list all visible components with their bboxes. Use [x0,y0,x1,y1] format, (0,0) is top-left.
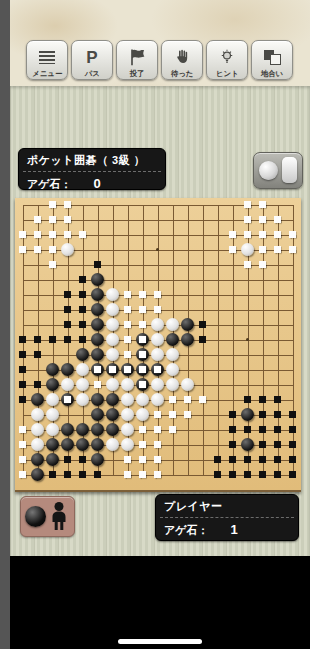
territory-marker-white [274,216,281,223]
territory-marker-black [289,471,296,478]
stone-black [46,453,59,466]
territory-marker-black [229,456,236,463]
stone-white [61,378,74,391]
stone-black-dead-marked [121,363,134,376]
territory-marker-black [274,396,281,403]
territory-marker-black [259,456,266,463]
territory-icon [264,46,281,68]
territory-marker-black [244,471,251,478]
stone-black [61,438,74,451]
opponent-title: ポケット囲碁（ 3級 ） [19,149,165,171]
stone-black [91,333,104,346]
stone-white [46,393,59,406]
territory-marker-white [154,456,161,463]
territory-marker-white [154,441,161,448]
territory-marker-black [229,441,236,448]
territory-marker-white [139,306,146,313]
stone-black-dead-marked [136,378,149,391]
player-captures-label: アゲ石： [164,523,209,538]
territory-marker-white [259,261,266,268]
territory-marker-white [64,201,71,208]
territory-marker-black [229,426,236,433]
stone-white [121,393,134,406]
stone-white [31,408,44,421]
territory-marker-black [289,441,296,448]
stone-black [31,393,44,406]
stone-white [61,243,74,256]
territory-marker-white [184,411,191,418]
dead-stone-marker [154,366,161,373]
undo-button-label: 待った [171,68,193,78]
stone-black-dead-marked [61,393,74,406]
stone-white [151,348,164,361]
territory-marker-white [124,336,131,343]
territory-marker-white [154,291,161,298]
dead-stone-marker [139,366,146,373]
territory-marker-white [49,261,56,268]
menu-icon [39,46,55,68]
territory-marker-white [94,381,101,388]
player-status-panel: プレイヤー アゲ石： 1 [155,494,299,541]
territory-marker-black [259,471,266,478]
stone-black-dead-marked [151,363,164,376]
stone-black [91,348,104,361]
territory-marker-white [19,456,26,463]
stone-black [241,438,254,451]
stone-white [166,378,179,391]
stone-black-dead-marked [136,348,149,361]
territory-marker-black [274,456,281,463]
territory-marker-black [79,456,86,463]
stone-black [61,363,74,376]
person-icon [47,501,71,531]
hint-button-label: ヒント [216,68,239,78]
territory-marker-white [229,246,236,253]
territory-marker-white [139,426,146,433]
territory-marker-white [49,231,56,238]
stone-white [151,378,164,391]
stone-black [91,453,104,466]
hoshi-point [156,248,159,251]
territory-marker-white [19,471,26,478]
territory-marker-white [139,321,146,328]
stone-black [76,348,89,361]
territory-marker-black [229,411,236,418]
territory-marker-black [19,381,26,388]
lightbulb-icon [218,46,236,68]
dead-stone-marker [139,351,146,358]
territory-marker-black [34,351,41,358]
territory-marker-white [154,426,161,433]
territory-marker-black [289,411,296,418]
stone-black [91,438,104,451]
bottom-inset [10,556,310,649]
stone-white [166,348,179,361]
white-stone-icon [259,161,278,180]
territory-marker-black [19,396,26,403]
territory-marker-white [244,231,251,238]
stone-white [241,243,254,256]
stone-black [76,423,89,436]
app-screen: メニュー P パス 投了 待った ヒント 地合い [10,0,310,649]
stone-black [31,453,44,466]
stone-bowl-icon [282,157,297,183]
flag-icon [127,46,147,68]
stone-black-dead-marked [136,333,149,346]
stone-black [61,423,74,436]
stone-white [136,408,149,421]
territory-marker-black [19,336,26,343]
stone-white [106,348,119,361]
stone-white [121,438,134,451]
territory-marker-black [244,396,251,403]
black-stone-icon [25,506,46,527]
stone-white [76,393,89,406]
stone-white [76,378,89,391]
territory-marker-white [19,231,26,238]
go-board[interactable] [15,198,301,492]
stone-white [106,438,119,451]
board-grid [23,205,294,476]
undo-button[interactable]: 待った [161,40,203,80]
stone-black [91,408,104,421]
territory-marker-white [124,351,131,358]
territory-marker-white [244,261,251,268]
territory-marker-white [139,456,146,463]
stone-white [121,378,134,391]
resign-button-label: 投了 [130,68,145,78]
territory-marker-white [184,396,191,403]
stone-white [121,408,134,421]
player-identity-box [20,496,75,537]
stone-white [166,363,179,376]
opponent-captures-value: 0 [94,176,101,190]
stone-black [46,363,59,376]
stone-black [91,393,104,406]
territory-marker-black [274,471,281,478]
stone-black-dead-marked [91,363,104,376]
stone-white [106,288,119,301]
territory-marker-black [49,471,56,478]
territory-marker-white [139,471,146,478]
dead-stone-marker [139,381,146,388]
pass-icon: P [86,46,97,68]
dead-stone-marker [124,366,131,373]
territory-marker-black [214,471,221,478]
territory-marker-white [169,396,176,403]
stone-white [46,408,59,421]
territory-marker-black [244,426,251,433]
territory-marker-white [34,246,41,253]
territory-marker-white [259,201,266,208]
territory-marker-black [199,321,206,328]
territory-marker-black [64,336,71,343]
stone-black [106,408,119,421]
territory-marker-white [244,201,251,208]
territory-marker-black [199,336,206,343]
stone-white [106,318,119,331]
territory-button-label: 地合い [261,68,283,78]
stone-black [31,468,44,481]
stone-white [46,423,59,436]
stone-white [106,333,119,346]
territory-marker-white [19,426,26,433]
player-title: プレイヤー [156,495,298,517]
stone-black [181,333,194,346]
territory-marker-white [124,456,131,463]
hand-icon [173,46,191,68]
territory-marker-white [124,306,131,313]
territory-marker-white [274,246,281,253]
territory-marker-black [259,426,266,433]
menu-button[interactable]: メニュー [26,40,68,80]
territory-marker-white [79,231,86,238]
stone-white [106,378,119,391]
territory-marker-black [79,276,86,283]
territory-marker-white [259,246,266,253]
territory-marker-white [139,441,146,448]
dead-stone-marker [139,336,146,343]
stone-black [76,438,89,451]
stone-black [91,288,104,301]
territory-marker-white [199,396,206,403]
stone-black-dead-marked [136,363,149,376]
territory-marker-black [244,456,251,463]
stone-black [91,273,104,286]
stone-black [46,378,59,391]
territory-marker-white [49,201,56,208]
stone-black [91,303,104,316]
territory-marker-white [34,216,41,223]
territory-marker-white [229,231,236,238]
pass-button-label: パス [84,68,99,78]
stone-white [31,423,44,436]
territory-button[interactable]: 地合い [251,40,293,80]
territory-marker-white [49,216,56,223]
pass-button[interactable]: P パス [71,40,113,80]
territory-marker-white [124,321,131,328]
territory-marker-black [79,321,86,328]
territory-marker-black [79,336,86,343]
stone-white [121,423,134,436]
territory-marker-white [274,231,281,238]
territory-marker-black [289,456,296,463]
territory-marker-white [139,291,146,298]
territory-marker-black [64,471,71,478]
stone-white [151,318,164,331]
territory-marker-black [64,321,71,328]
territory-marker-white [64,216,71,223]
stone-black [166,333,179,346]
stone-white [76,363,89,376]
territory-marker-white [169,411,176,418]
territory-marker-black [289,426,296,433]
territory-marker-black [94,471,101,478]
territory-marker-black [79,471,86,478]
territory-marker-black [64,456,71,463]
stone-white [106,303,119,316]
stone-white [151,393,164,406]
stone-white [136,393,149,406]
territory-marker-black [79,291,86,298]
stone-white [181,378,194,391]
territory-marker-white [124,471,131,478]
territory-marker-black [19,366,26,373]
dead-stone-marker [64,396,71,403]
territory-marker-white [19,246,26,253]
stone-white [31,438,44,451]
menu-button-label: メニュー [32,68,62,78]
stone-black [241,408,254,421]
territory-marker-white [289,231,296,238]
territory-marker-white [289,246,296,253]
territory-marker-black [79,306,86,313]
territory-marker-black [34,381,41,388]
territory-marker-white [64,231,71,238]
stone-black [91,318,104,331]
territory-marker-black [64,306,71,313]
stone-black [106,423,119,436]
territory-marker-white [169,426,176,433]
hint-button[interactable]: ヒント [206,40,248,80]
territory-marker-white [154,471,161,478]
stone-white [166,318,179,331]
territory-marker-white [34,231,41,238]
stone-black [91,423,104,436]
territory-marker-white [124,291,131,298]
territory-marker-black [259,396,266,403]
territory-marker-white [259,216,266,223]
white-player-indicator-button[interactable] [253,152,303,189]
stone-black [181,318,194,331]
stone-black [46,438,59,451]
territory-marker-black [49,336,56,343]
opponent-captures-label: アゲ石： [27,177,72,190]
hoshi-point [246,338,249,341]
territory-marker-black [34,336,41,343]
territory-marker-white [154,306,161,313]
territory-marker-black [19,351,26,358]
stone-black-dead-marked [106,363,119,376]
territory-marker-white [154,411,161,418]
territory-marker-white [259,231,266,238]
territory-marker-white [19,441,26,448]
territory-marker-white [244,216,251,223]
territory-marker-black [229,471,236,478]
home-indicator[interactable] [118,639,202,644]
dead-stone-marker [109,366,116,373]
territory-marker-black [94,261,101,268]
territory-marker-black [259,441,266,448]
territory-marker-black [214,456,221,463]
stone-white [151,333,164,346]
territory-marker-white [49,246,56,253]
player-captures-value: 1 [231,522,238,537]
dead-stone-marker [94,366,101,373]
stone-black [106,393,119,406]
territory-marker-black [274,441,281,448]
resign-button[interactable]: 投了 [116,40,158,80]
opponent-status-panel: ポケット囲碁（ 3級 ） アゲ石： 0 [18,148,166,190]
territory-marker-black [274,411,281,418]
territory-marker-black [64,291,71,298]
territory-marker-black [259,411,266,418]
territory-marker-black [274,426,281,433]
